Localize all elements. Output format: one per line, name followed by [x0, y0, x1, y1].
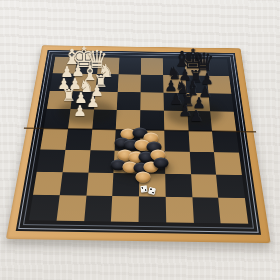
board-square-g6 — [186, 93, 210, 112]
board-square-f8 — [163, 58, 185, 75]
board-square-h4 — [212, 131, 239, 152]
board-square-g2 — [191, 174, 219, 198]
board-square-f5 — [164, 111, 188, 131]
board-square-a3 — [37, 149, 65, 172]
board-square-d6 — [117, 92, 141, 111]
game-board — [6, 45, 271, 243]
board-square-f2 — [165, 173, 192, 197]
board-square-c4 — [90, 129, 116, 150]
board-square-a1 — [29, 195, 60, 221]
board-square-e1 — [139, 197, 166, 223]
board-square-c8 — [97, 57, 120, 74]
board-square-d2 — [112, 173, 139, 197]
board-square-d1 — [111, 196, 139, 222]
board-square-a8 — [53, 57, 77, 74]
board-square-g3 — [189, 152, 216, 175]
board-square-d8 — [119, 58, 141, 75]
board-square-d5 — [116, 110, 140, 130]
board-square-g5 — [187, 111, 212, 131]
board-square-b4 — [65, 129, 92, 150]
board-square-h2 — [216, 174, 245, 198]
board-square-d3 — [114, 150, 140, 173]
board-square-b7 — [73, 73, 97, 91]
board-squares-grid — [29, 57, 248, 224]
board-square-c7 — [95, 74, 119, 92]
board-wood-frame — [6, 45, 271, 243]
board-square-f6 — [163, 92, 187, 111]
board-square-f7 — [163, 75, 186, 93]
board-square-h1 — [218, 198, 248, 224]
board-square-g1 — [192, 197, 221, 223]
board-square-b5 — [68, 109, 94, 129]
board-square-c2 — [86, 172, 114, 196]
board-square-a2 — [33, 171, 62, 195]
board-square-b1 — [56, 195, 86, 221]
board-square-g8 — [184, 59, 207, 76]
board-square-f3 — [165, 151, 191, 174]
board-square-b6 — [70, 91, 95, 110]
board-square-e4 — [140, 130, 165, 151]
board-square-c3 — [88, 150, 115, 173]
board-square-h8 — [205, 59, 229, 76]
board-square-f4 — [164, 130, 189, 151]
board-square-e3 — [139, 151, 165, 174]
board-square-b2 — [59, 172, 88, 196]
board-square-h7 — [207, 76, 231, 94]
board-square-c6 — [94, 91, 118, 110]
board-square-c1 — [84, 196, 113, 222]
board-square-h5 — [210, 112, 236, 132]
board-square-h6 — [209, 93, 234, 112]
board-square-a5 — [44, 109, 71, 129]
board-square-c5 — [92, 110, 117, 130]
board-square-g4 — [188, 131, 214, 152]
board-square-e2 — [139, 173, 165, 197]
board-square-e7 — [141, 75, 164, 93]
board-square-d7 — [118, 74, 141, 92]
board-square-e6 — [140, 92, 163, 111]
board-square-e5 — [140, 110, 164, 130]
board-square-g7 — [185, 75, 209, 93]
board-square-e8 — [141, 58, 163, 75]
board-black-border — [16, 50, 261, 235]
board-square-b3 — [62, 150, 90, 173]
photo-scene: ♚♝♛♞♟♟♝♜♟♟♞♟♜♟♟♟ ♚♝♛♞♟♜♟♟♞♝♟♟♜♟♟♟ — [0, 0, 280, 280]
board-square-a4 — [40, 128, 67, 149]
board-square-a7 — [50, 73, 75, 91]
board-square-d4 — [115, 130, 140, 151]
board-square-b8 — [75, 57, 99, 74]
board-square-f1 — [165, 197, 193, 223]
board-square-a6 — [47, 91, 73, 110]
board-square-h3 — [214, 152, 242, 175]
